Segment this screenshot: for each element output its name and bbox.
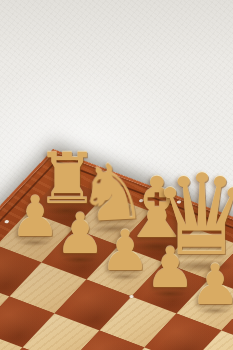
piece-white-pawn-a-a2: ♟	[10, 189, 60, 245]
chessboard-photo: ♜♞♝♛♟♟♟♟♟	[0, 0, 233, 350]
piece-white-pawn-c-c2: ♟	[100, 223, 150, 279]
piece-white-pawn-e-e2: ♟	[190, 257, 233, 313]
piece-white-pawn-b-b2: ♟	[55, 206, 105, 262]
piece-white-pawn-d-d2: ♟	[145, 240, 195, 296]
